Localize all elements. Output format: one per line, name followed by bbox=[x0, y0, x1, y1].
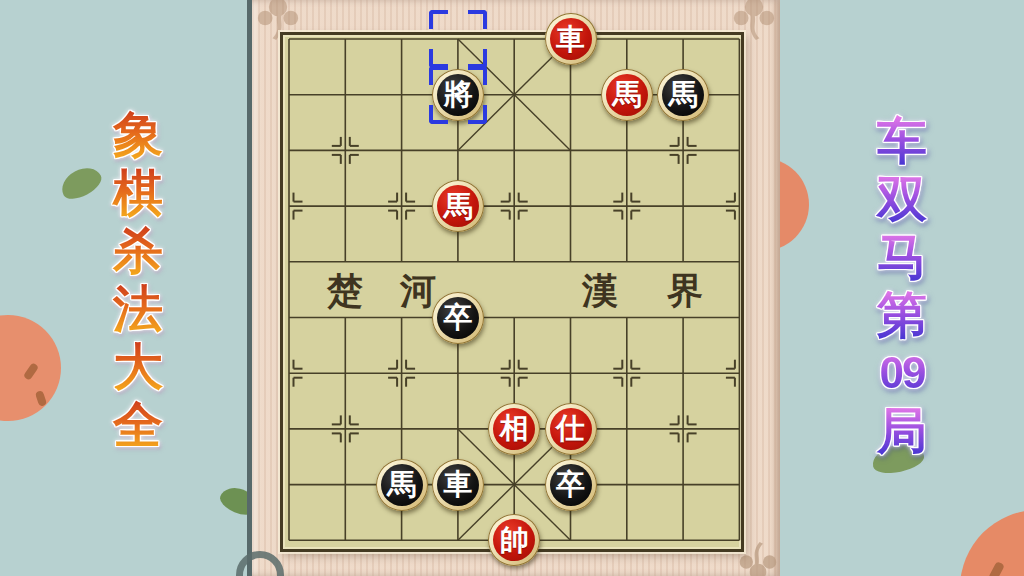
piece-black-soldier[interactable]: 卒 bbox=[545, 459, 597, 511]
piece-label: 卒 bbox=[550, 464, 592, 506]
piece-label: 馬 bbox=[606, 74, 648, 116]
piece-red-horse[interactable]: 馬 bbox=[601, 69, 653, 121]
title-char: 象 bbox=[100, 106, 176, 164]
title-char: 马 bbox=[864, 228, 940, 286]
piece-red-elephant[interactable]: 相 bbox=[488, 403, 540, 455]
left-title: 象 棋 杀 法 大 全 bbox=[100, 106, 176, 454]
piece-black-soldier[interactable]: 卒 bbox=[432, 292, 484, 344]
bracket-corner-icon bbox=[429, 49, 448, 68]
bracket-corner-icon bbox=[468, 49, 487, 68]
piece-red-general[interactable]: 帥 bbox=[488, 514, 540, 566]
bracket-corner-icon bbox=[468, 10, 487, 29]
piece-black-horse[interactable]: 馬 bbox=[376, 459, 428, 511]
stage: 楚 河 漢 界 車將馬馬馬卒相仕馬車卒帥 象 棋 杀 法 大 全 车 双 马 第… bbox=[0, 0, 1024, 576]
piece-black-chariot[interactable]: 車 bbox=[432, 459, 484, 511]
piece-black-general[interactable]: 將 bbox=[432, 69, 484, 121]
title-char: 09 bbox=[864, 344, 940, 402]
piece-label: 車 bbox=[550, 18, 592, 60]
piece-label: 馬 bbox=[437, 185, 479, 227]
piece-label: 相 bbox=[493, 408, 535, 450]
piece-label: 仕 bbox=[550, 408, 592, 450]
title-char: 双 bbox=[864, 170, 940, 228]
piece-label: 車 bbox=[437, 464, 479, 506]
piece-red-horse[interactable]: 馬 bbox=[432, 180, 484, 232]
title-char: 法 bbox=[100, 280, 176, 338]
bracket-corner-icon bbox=[429, 10, 448, 29]
title-char: 大 bbox=[100, 338, 176, 396]
title-char: 车 bbox=[864, 112, 940, 170]
piece-label: 帥 bbox=[493, 519, 535, 561]
title-char: 棋 bbox=[100, 164, 176, 222]
right-title: 车 双 马 第 09 局 bbox=[864, 112, 940, 460]
piece-label: 馬 bbox=[662, 74, 704, 116]
piece-label: 馬 bbox=[381, 464, 423, 506]
piece-black-horse[interactable]: 馬 bbox=[657, 69, 709, 121]
piece-red-advisor[interactable]: 仕 bbox=[545, 403, 597, 455]
piece-label: 卒 bbox=[437, 297, 479, 339]
title-char: 杀 bbox=[100, 222, 176, 280]
title-char: 全 bbox=[100, 396, 176, 454]
piece-label: 將 bbox=[437, 74, 479, 116]
move-from-marker bbox=[429, 10, 487, 68]
title-char: 局 bbox=[864, 402, 940, 460]
title-char: 第 bbox=[864, 286, 940, 344]
piece-red-chariot[interactable]: 車 bbox=[545, 13, 597, 65]
